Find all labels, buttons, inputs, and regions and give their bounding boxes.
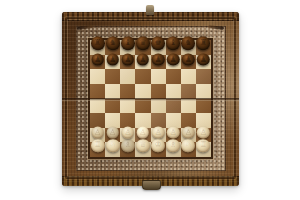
- black-pawn-icon: ♟: [139, 56, 146, 64]
- black-queen-icon: ♛: [139, 39, 146, 47]
- piece-white-pawn[interactable]: ♙: [91, 127, 104, 139]
- brass-latch-icon: [142, 180, 161, 190]
- square-f3[interactable]: [166, 113, 181, 128]
- square-g3[interactable]: [181, 113, 196, 128]
- white-pawn-icon: ♙: [124, 129, 131, 137]
- square-c7[interactable]: ♟: [120, 55, 135, 70]
- piece-black-knight[interactable]: ♞: [106, 37, 120, 51]
- brass-knob-icon: [146, 5, 154, 15]
- black-knight-icon: ♞: [185, 39, 192, 47]
- square-g1[interactable]: ♘: [181, 142, 196, 157]
- square-f8[interactable]: ♝: [166, 40, 181, 55]
- white-knight-icon: ♘: [185, 142, 192, 150]
- piece-white-bishop[interactable]: ♗: [121, 139, 135, 153]
- square-b3[interactable]: [105, 113, 120, 128]
- square-b5[interactable]: [105, 84, 120, 99]
- white-queen-icon: ♕: [139, 142, 146, 150]
- square-g6[interactable]: [181, 69, 196, 84]
- fold-seam: [62, 98, 239, 101]
- black-knight-icon: ♞: [109, 39, 116, 47]
- square-e6[interactable]: [151, 69, 166, 84]
- black-pawn-icon: ♟: [185, 56, 192, 64]
- square-h7[interactable]: ♟: [196, 55, 211, 70]
- piece-white-king[interactable]: ♔: [151, 139, 165, 153]
- piece-black-knight[interactable]: ♞: [181, 37, 195, 51]
- white-king-icon: ♔: [154, 142, 161, 150]
- square-a8[interactable]: ♜: [90, 40, 105, 55]
- square-g8[interactable]: ♞: [181, 40, 196, 55]
- square-f1[interactable]: ♗: [166, 142, 181, 157]
- piece-black-pawn[interactable]: ♟: [152, 54, 165, 66]
- piece-white-pawn[interactable]: ♙: [152, 127, 165, 139]
- square-b6[interactable]: [105, 69, 120, 84]
- square-c8[interactable]: ♝: [120, 40, 135, 55]
- piece-black-queen[interactable]: ♛: [136, 37, 150, 51]
- white-pawn-icon: ♙: [109, 129, 116, 137]
- chess-box: ♜♞♝♛♚♝♞♜♟♟♟♟♟♟♟♟♙♙♙♙♙♙♙♙♖♘♗♕♔♗♘♖: [62, 12, 239, 186]
- square-a5[interactable]: [90, 84, 105, 99]
- piece-black-rook[interactable]: ♜: [196, 37, 210, 51]
- square-e5[interactable]: [151, 84, 166, 99]
- square-d5[interactable]: [135, 84, 150, 99]
- product-photo-scene: ♜♞♝♛♚♝♞♜♟♟♟♟♟♟♟♟♙♙♙♙♙♙♙♙♖♘♗♕♔♗♘♖: [0, 0, 300, 200]
- square-f5[interactable]: [166, 84, 181, 99]
- square-h6[interactable]: [196, 69, 211, 84]
- piece-white-rook[interactable]: ♖: [196, 139, 210, 153]
- square-d7[interactable]: ♟: [135, 55, 150, 70]
- piece-white-pawn[interactable]: ♙: [106, 127, 119, 139]
- piece-black-pawn[interactable]: ♟: [167, 54, 180, 66]
- square-e3[interactable]: [151, 113, 166, 128]
- square-e1[interactable]: ♔: [151, 142, 166, 157]
- square-h1[interactable]: ♖: [196, 142, 211, 157]
- square-h5[interactable]: [196, 84, 211, 99]
- white-pawn-icon: ♙: [185, 129, 192, 137]
- square-b8[interactable]: ♞: [105, 40, 120, 55]
- piece-black-pawn[interactable]: ♟: [182, 54, 195, 66]
- square-g5[interactable]: [181, 84, 196, 99]
- black-pawn-icon: ♟: [124, 56, 131, 64]
- square-d3[interactable]: [135, 113, 150, 128]
- piece-white-pawn[interactable]: ♙: [182, 127, 195, 139]
- square-a3[interactable]: [90, 113, 105, 128]
- black-pawn-icon: ♟: [200, 56, 207, 64]
- piece-black-pawn[interactable]: ♟: [137, 54, 150, 66]
- square-c1[interactable]: ♗: [120, 142, 135, 157]
- piece-black-pawn[interactable]: ♟: [122, 54, 135, 66]
- square-b1[interactable]: ♘: [105, 142, 120, 157]
- piece-white-queen[interactable]: ♕: [136, 139, 150, 153]
- square-d1[interactable]: ♕: [135, 142, 150, 157]
- square-d8[interactable]: ♛: [135, 40, 150, 55]
- square-a7[interactable]: ♟: [90, 55, 105, 70]
- square-e8[interactable]: ♚: [151, 40, 166, 55]
- piece-white-pawn[interactable]: ♙: [167, 127, 180, 139]
- black-pawn-icon: ♟: [154, 56, 161, 64]
- square-h3[interactable]: [196, 113, 211, 128]
- piece-black-king[interactable]: ♚: [151, 37, 165, 51]
- piece-white-knight[interactable]: ♘: [181, 139, 195, 153]
- white-pawn-icon: ♙: [139, 129, 146, 137]
- white-pawn-icon: ♙: [94, 129, 101, 137]
- piece-black-bishop[interactable]: ♝: [166, 37, 180, 51]
- piece-black-pawn[interactable]: ♟: [197, 54, 210, 66]
- black-bishop-icon: ♝: [170, 39, 177, 47]
- white-rook-icon: ♖: [94, 142, 101, 150]
- square-c3[interactable]: [120, 113, 135, 128]
- white-pawn-icon: ♙: [200, 129, 207, 137]
- black-rook-icon: ♜: [94, 39, 101, 47]
- white-knight-icon: ♘: [109, 142, 116, 150]
- piece-white-pawn[interactable]: ♙: [197, 127, 210, 139]
- square-c6[interactable]: [120, 69, 135, 84]
- white-bishop-icon: ♗: [124, 142, 131, 150]
- white-rook-icon: ♖: [200, 142, 207, 150]
- square-b7[interactable]: ♟: [105, 55, 120, 70]
- piece-black-pawn[interactable]: ♟: [106, 54, 119, 66]
- piece-white-bishop[interactable]: ♗: [166, 139, 180, 153]
- black-king-icon: ♚: [154, 39, 161, 47]
- black-pawn-icon: ♟: [94, 56, 101, 64]
- piece-black-rook[interactable]: ♜: [91, 37, 105, 51]
- piece-black-pawn[interactable]: ♟: [91, 54, 104, 66]
- square-a6[interactable]: [90, 69, 105, 84]
- piece-white-pawn[interactable]: ♙: [122, 127, 135, 139]
- piece-black-bishop[interactable]: ♝: [121, 37, 135, 51]
- square-f6[interactable]: [166, 69, 181, 84]
- square-c5[interactable]: [120, 84, 135, 99]
- piece-white-pawn[interactable]: ♙: [137, 127, 150, 139]
- square-f7[interactable]: ♟: [166, 55, 181, 70]
- black-pawn-icon: ♟: [170, 56, 177, 64]
- square-a1[interactable]: ♖: [90, 142, 105, 157]
- square-h8[interactable]: ♜: [196, 40, 211, 55]
- square-g7[interactable]: ♟: [181, 55, 196, 70]
- white-bishop-icon: ♗: [170, 142, 177, 150]
- square-d6[interactable]: [135, 69, 150, 84]
- black-pawn-icon: ♟: [109, 56, 116, 64]
- white-pawn-icon: ♙: [154, 129, 161, 137]
- white-pawn-icon: ♙: [170, 129, 177, 137]
- piece-white-knight[interactable]: ♘: [106, 139, 120, 153]
- square-e7[interactable]: ♟: [151, 55, 166, 70]
- piece-white-rook[interactable]: ♖: [91, 139, 105, 153]
- black-bishop-icon: ♝: [124, 39, 131, 47]
- black-rook-icon: ♜: [200, 39, 207, 47]
